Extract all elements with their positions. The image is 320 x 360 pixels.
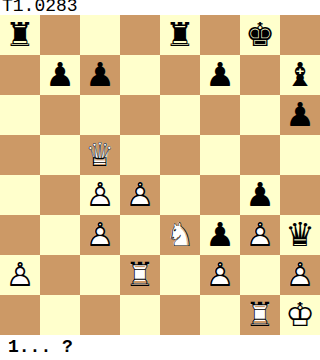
square-d4[interactable]: ♟♙ bbox=[120, 175, 160, 215]
square-f5[interactable] bbox=[200, 135, 240, 175]
piece-black-bishop[interactable]: ♝ bbox=[280, 55, 320, 95]
square-e6[interactable] bbox=[160, 95, 200, 135]
square-a7[interactable] bbox=[0, 55, 40, 95]
piece-black-pawn[interactable]: ♟ bbox=[280, 95, 320, 135]
square-c8[interactable] bbox=[80, 15, 120, 55]
square-a4[interactable] bbox=[0, 175, 40, 215]
chess-puzzle-window: T1.0283 ♜♜♚♟♟♟♝♟♛♕♟♙♟♙♟♟♙♞♘♟♟♙♛♟♙♜♖♟♙♟♙♜… bbox=[0, 0, 320, 360]
piece-black-pawn[interactable]: ♟ bbox=[200, 55, 240, 95]
chess-board[interactable]: ♜♜♚♟♟♟♝♟♛♕♟♙♟♙♟♟♙♞♘♟♟♙♛♟♙♜♖♟♙♟♙♜♖♚♔ bbox=[0, 15, 320, 335]
square-h3[interactable]: ♛ bbox=[280, 215, 320, 255]
piece-black-king[interactable]: ♚ bbox=[240, 15, 280, 55]
square-h2[interactable]: ♟♙ bbox=[280, 255, 320, 295]
square-c3[interactable]: ♟♙ bbox=[80, 215, 120, 255]
piece-white-queen[interactable]: ♛♕ bbox=[80, 135, 120, 175]
piece-black-rook[interactable]: ♜ bbox=[160, 15, 200, 55]
square-h7[interactable]: ♝ bbox=[280, 55, 320, 95]
square-g7[interactable] bbox=[240, 55, 280, 95]
piece-outline: ♖ bbox=[240, 295, 280, 335]
piece-white-knight[interactable]: ♞♘ bbox=[160, 215, 200, 255]
piece-white-pawn[interactable]: ♟♙ bbox=[280, 255, 320, 295]
square-d3[interactable] bbox=[120, 215, 160, 255]
square-h4[interactable] bbox=[280, 175, 320, 215]
piece-black-pawn[interactable]: ♟ bbox=[80, 55, 120, 95]
square-b5[interactable] bbox=[40, 135, 80, 175]
square-e3[interactable]: ♞♘ bbox=[160, 215, 200, 255]
piece-black-queen[interactable]: ♛ bbox=[280, 215, 320, 255]
piece-white-rook[interactable]: ♜♖ bbox=[120, 255, 160, 295]
header-bar: T1.0283 bbox=[0, 0, 320, 15]
piece-outline: ♖ bbox=[120, 255, 160, 295]
piece-outline: ♙ bbox=[280, 255, 320, 295]
square-h6[interactable]: ♟ bbox=[280, 95, 320, 135]
square-f8[interactable] bbox=[200, 15, 240, 55]
square-e4[interactable] bbox=[160, 175, 200, 215]
square-a6[interactable] bbox=[0, 95, 40, 135]
piece-white-pawn[interactable]: ♟♙ bbox=[200, 255, 240, 295]
square-b4[interactable] bbox=[40, 175, 80, 215]
square-h8[interactable] bbox=[280, 15, 320, 55]
piece-white-king[interactable]: ♚♔ bbox=[280, 295, 320, 335]
piece-outline: ♕ bbox=[80, 135, 120, 175]
square-g5[interactable] bbox=[240, 135, 280, 175]
square-d6[interactable] bbox=[120, 95, 160, 135]
square-h1[interactable]: ♚♔ bbox=[280, 295, 320, 335]
square-f2[interactable]: ♟♙ bbox=[200, 255, 240, 295]
square-e1[interactable] bbox=[160, 295, 200, 335]
piece-black-pawn[interactable]: ♟ bbox=[200, 215, 240, 255]
square-b8[interactable] bbox=[40, 15, 80, 55]
move-prompt-label: 1... ? bbox=[8, 337, 73, 357]
square-c5[interactable]: ♛♕ bbox=[80, 135, 120, 175]
piece-outline: ♙ bbox=[80, 175, 120, 215]
piece-outline: ♙ bbox=[240, 215, 280, 255]
square-e8[interactable]: ♜ bbox=[160, 15, 200, 55]
piece-white-pawn[interactable]: ♟♙ bbox=[240, 215, 280, 255]
square-a8[interactable]: ♜ bbox=[0, 15, 40, 55]
piece-black-pawn[interactable]: ♟ bbox=[240, 175, 280, 215]
square-f6[interactable] bbox=[200, 95, 240, 135]
square-c4[interactable]: ♟♙ bbox=[80, 175, 120, 215]
piece-black-pawn[interactable]: ♟ bbox=[40, 55, 80, 95]
piece-white-pawn[interactable]: ♟♙ bbox=[80, 175, 120, 215]
square-f3[interactable]: ♟ bbox=[200, 215, 240, 255]
square-c2[interactable] bbox=[80, 255, 120, 295]
square-d2[interactable]: ♜♖ bbox=[120, 255, 160, 295]
square-b3[interactable] bbox=[40, 215, 80, 255]
puzzle-id-label: T1.0283 bbox=[2, 0, 78, 15]
square-g1[interactable]: ♜♖ bbox=[240, 295, 280, 335]
square-f4[interactable] bbox=[200, 175, 240, 215]
square-e2[interactable] bbox=[160, 255, 200, 295]
square-a3[interactable] bbox=[0, 215, 40, 255]
piece-outline: ♙ bbox=[0, 255, 40, 295]
piece-white-pawn[interactable]: ♟♙ bbox=[120, 175, 160, 215]
square-g3[interactable]: ♟♙ bbox=[240, 215, 280, 255]
footer-bar: 1... ? bbox=[0, 335, 320, 360]
square-a2[interactable]: ♟♙ bbox=[0, 255, 40, 295]
square-g8[interactable]: ♚ bbox=[240, 15, 280, 55]
square-h5[interactable] bbox=[280, 135, 320, 175]
square-g6[interactable] bbox=[240, 95, 280, 135]
piece-outline: ♙ bbox=[80, 215, 120, 255]
square-b1[interactable] bbox=[40, 295, 80, 335]
square-d7[interactable] bbox=[120, 55, 160, 95]
piece-white-pawn[interactable]: ♟♙ bbox=[0, 255, 40, 295]
square-b6[interactable] bbox=[40, 95, 80, 135]
square-f1[interactable] bbox=[200, 295, 240, 335]
square-a1[interactable] bbox=[0, 295, 40, 335]
piece-white-pawn[interactable]: ♟♙ bbox=[80, 215, 120, 255]
piece-outline: ♙ bbox=[200, 255, 240, 295]
square-g4[interactable]: ♟ bbox=[240, 175, 280, 215]
square-d8[interactable] bbox=[120, 15, 160, 55]
square-c1[interactable] bbox=[80, 295, 120, 335]
square-e5[interactable] bbox=[160, 135, 200, 175]
square-a5[interactable] bbox=[0, 135, 40, 175]
piece-white-rook[interactable]: ♜♖ bbox=[240, 295, 280, 335]
square-c6[interactable] bbox=[80, 95, 120, 135]
square-d5[interactable] bbox=[120, 135, 160, 175]
piece-black-rook[interactable]: ♜ bbox=[0, 15, 40, 55]
square-d1[interactable] bbox=[120, 295, 160, 335]
piece-outline: ♔ bbox=[280, 295, 320, 335]
square-c7[interactable]: ♟ bbox=[80, 55, 120, 95]
square-b2[interactable] bbox=[40, 255, 80, 295]
piece-outline: ♘ bbox=[160, 215, 200, 255]
square-f7[interactable]: ♟ bbox=[200, 55, 240, 95]
square-g2[interactable] bbox=[240, 255, 280, 295]
square-b7[interactable]: ♟ bbox=[40, 55, 80, 95]
square-e7[interactable] bbox=[160, 55, 200, 95]
piece-outline: ♙ bbox=[120, 175, 160, 215]
